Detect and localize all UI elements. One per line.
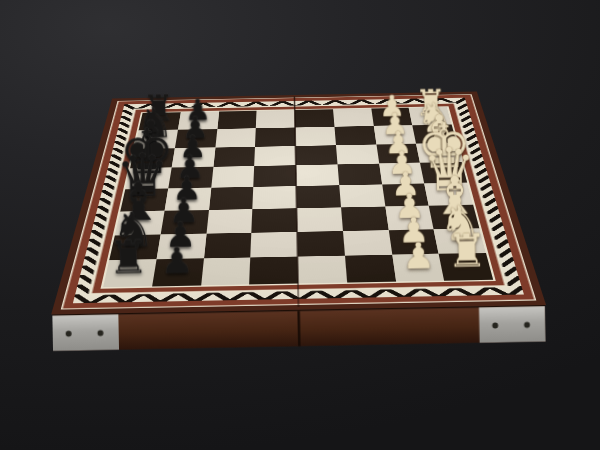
square-e6[interactable] (211, 166, 255, 188)
square-a3[interactable] (345, 255, 396, 283)
piece-black-pawn[interactable]: ♟ (160, 243, 193, 278)
square-a7[interactable]: ♟ (152, 259, 204, 287)
square-d6[interactable] (208, 187, 253, 210)
square-f3[interactable] (336, 144, 379, 164)
board-frame-outer-band: ♜♟♟♜♞♟♟♞♝♟♟♝♚♟♟♚♛♟♟♛♝♟♟♝♞♟♟♞♜♟♟♜ (61, 94, 537, 309)
square-f5[interactable] (254, 146, 295, 166)
chess-board: ♜♟♟♜♞♟♟♞♝♟♟♝♚♟♟♚♛♟♟♛♝♟♟♝♞♟♟♞♜♟♟♜ (51, 91, 546, 314)
square-f6[interactable] (213, 147, 255, 167)
square-h3[interactable] (333, 109, 374, 127)
piece-white-pawn[interactable]: ♟ (402, 238, 435, 273)
square-b5[interactable] (251, 232, 298, 258)
metal-corner-bracket-right (479, 306, 546, 343)
square-e3[interactable] (337, 164, 381, 186)
square-b3[interactable] (343, 230, 392, 256)
square-h5[interactable] (256, 110, 295, 128)
metal-corner-bracket-left (52, 314, 119, 351)
board-front-edge (52, 305, 545, 351)
square-g5[interactable] (255, 127, 295, 146)
screw-hole (524, 321, 530, 327)
board-field-border: ♜♟♟♜♞♟♟♞♝♟♟♝♚♟♟♚♛♟♟♛♝♟♟♝♞♟♟♞♜♟♟♜ (101, 106, 496, 288)
square-h4[interactable] (295, 109, 334, 127)
screw-hole (492, 322, 498, 328)
square-e4[interactable] (296, 165, 339, 187)
square-a8[interactable]: ♜ (103, 259, 156, 287)
square-c5[interactable] (252, 208, 298, 232)
square-a4[interactable] (298, 256, 347, 284)
square-a6[interactable] (201, 258, 251, 286)
chess-scene: ♜♟♟♜♞♟♟♞♝♟♟♝♚♟♟♚♛♟♟♛♝♟♟♝♞♟♟♞♜♟♟♜ (0, 0, 600, 450)
square-e5[interactable] (254, 165, 297, 187)
square-a5[interactable] (249, 257, 298, 285)
screw-hole (66, 330, 72, 336)
square-g4[interactable] (295, 127, 336, 146)
square-c4[interactable] (297, 207, 343, 231)
front-edge-seam (297, 311, 300, 346)
square-a2[interactable]: ♟ (392, 254, 445, 282)
piece-white-rook[interactable]: ♜ (446, 229, 487, 273)
square-d4[interactable] (296, 185, 341, 208)
square-d3[interactable] (339, 184, 385, 207)
square-g6[interactable] (215, 128, 256, 147)
photo-background: ♜♟♟♜♞♟♟♞♝♟♟♝♚♟♟♚♛♟♟♛♝♟♟♝♞♟♟♞♜♟♟♜ (0, 0, 600, 450)
square-b6[interactable] (203, 232, 251, 258)
square-c6[interactable] (206, 209, 253, 233)
piece-black-rook[interactable]: ♜ (108, 235, 149, 279)
board-frame-diamond-inlay: ♜♟♟♜♞♟♟♞♝♟♟♝♚♟♟♚♛♟♟♛♝♟♟♝♞♟♟♞♜♟♟♜ (73, 98, 524, 303)
screw-hole (97, 329, 103, 335)
square-h6[interactable] (217, 111, 257, 129)
square-b4[interactable] (297, 231, 345, 257)
square-c3[interactable] (341, 206, 388, 230)
square-f4[interactable] (295, 145, 337, 165)
square-g3[interactable] (334, 126, 376, 145)
square-a1[interactable]: ♜ (439, 253, 493, 281)
square-d5[interactable] (253, 186, 297, 209)
